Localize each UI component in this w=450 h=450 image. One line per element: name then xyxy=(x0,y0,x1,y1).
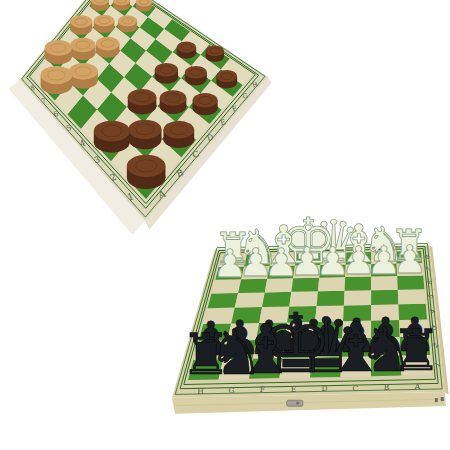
checker-light-b6 xyxy=(69,63,98,89)
chess-square-h4 xyxy=(208,293,239,308)
checker-dark-d2 xyxy=(160,90,187,114)
chess-piece-black-rook-h8: ♜ xyxy=(180,321,231,387)
checker-dark-e3 xyxy=(155,63,178,84)
checker-dark-b2 xyxy=(128,120,161,149)
checker-light-e7 xyxy=(94,15,115,33)
product-photo: ABCDEFGH12345678HGFEDCBA12345678♜♞♝♛♚♝♞♜… xyxy=(0,0,450,450)
scene-svg: ABCDEFGH12345678HGFEDCBA12345678♜♞♝♛♚♝♞♜… xyxy=(0,0,450,450)
chess-file-label-H: H xyxy=(197,387,204,396)
checker-light-h6 xyxy=(136,0,152,12)
checker-light-d6 xyxy=(96,37,119,58)
checker-light-f6 xyxy=(118,15,137,32)
checker-dark-c3 xyxy=(128,89,157,114)
checker-dark-c1 xyxy=(163,121,194,148)
box-hinge-mark xyxy=(441,397,444,401)
checker-dark-g3 xyxy=(177,42,196,59)
checker-light-d8 xyxy=(70,15,92,35)
checker-light-f8 xyxy=(91,0,109,11)
checkers-board: ABCDEFGH12345678 xyxy=(9,0,272,235)
checker-light-c7 xyxy=(70,38,95,60)
chess-piece-white-pawn-h2: ♟ xyxy=(212,241,247,286)
checker-dark-g1 xyxy=(216,70,237,88)
checker-dark-f2 xyxy=(185,66,207,86)
chess-board: HGFEDCBA12345678♜♞♝♛♚♝♞♜♟♟♟♟♟♟♟♟♟♟♟♟♟♟♟♟… xyxy=(172,204,449,414)
chess-square-b4 xyxy=(371,290,398,305)
chess-square-a4 xyxy=(398,289,426,304)
chess-file-label-A: A xyxy=(414,382,421,391)
checker-dark-h2 xyxy=(206,45,224,61)
box-clasp xyxy=(287,400,303,406)
checker-light-a7 xyxy=(41,66,73,94)
box-hinge-mark xyxy=(435,398,438,402)
checker-light-b8 xyxy=(45,40,72,64)
checker-dark-a3 xyxy=(94,121,130,153)
checker-light-g7 xyxy=(113,0,130,11)
checker-dark-e1 xyxy=(193,93,218,115)
checker-dark-a1 xyxy=(127,155,166,189)
